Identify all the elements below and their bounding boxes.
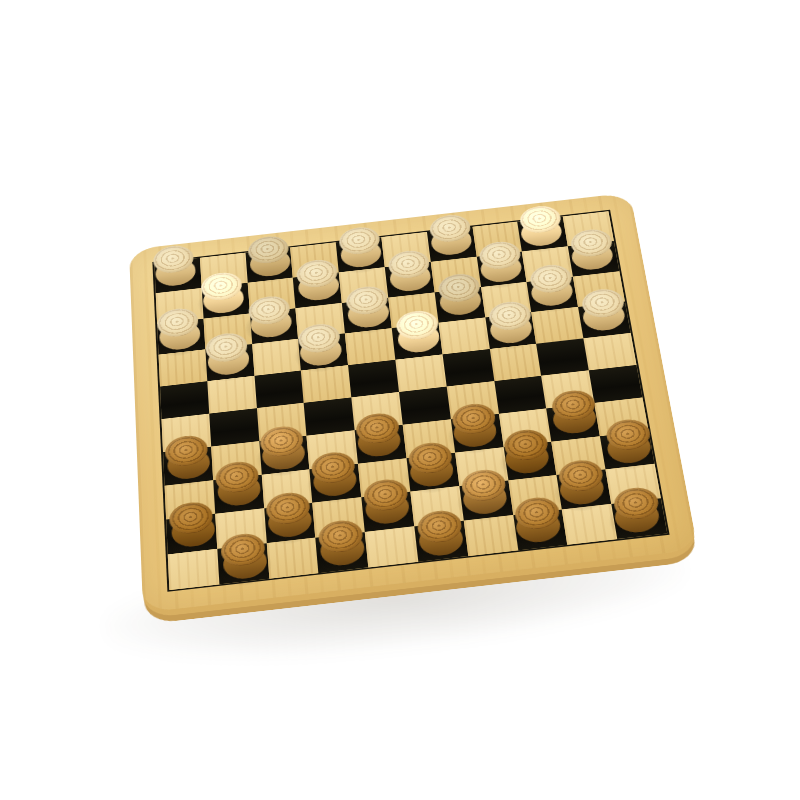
product-photo-canvas (0, 0, 800, 800)
board-square[interactable] (298, 334, 348, 371)
board-square[interactable] (464, 515, 518, 556)
playing-grid (152, 210, 669, 592)
board-square[interactable] (163, 447, 213, 486)
board-square[interactable] (612, 498, 668, 539)
board-square[interactable] (589, 365, 642, 403)
board-square[interactable] (316, 532, 369, 573)
board-square[interactable] (213, 475, 264, 515)
board-square[interactable] (266, 538, 318, 579)
board-square[interactable] (342, 297, 392, 333)
board-square[interactable] (362, 492, 415, 532)
board-square[interactable] (600, 430, 655, 469)
board-square[interactable] (355, 425, 407, 464)
board-square[interactable] (217, 543, 269, 584)
board-square[interactable] (442, 349, 494, 386)
board-square[interactable] (304, 397, 355, 435)
board-square[interactable] (557, 470, 612, 510)
board-square[interactable] (348, 360, 399, 398)
board-square[interactable] (459, 481, 513, 521)
board-square[interactable] (451, 414, 504, 453)
board-square[interactable] (209, 408, 259, 446)
board-square[interactable] (547, 403, 601, 442)
board-square[interactable] (414, 521, 468, 562)
board-square[interactable] (438, 318, 489, 355)
board-square[interactable] (365, 527, 418, 568)
board-square[interactable] (310, 464, 362, 504)
board-square[interactable] (166, 514, 217, 554)
board-square[interactable] (207, 376, 256, 414)
board-square[interactable] (578, 302, 630, 339)
draughts-board[interactable] (129, 193, 698, 613)
board-square[interactable] (264, 503, 316, 543)
board-square[interactable] (513, 510, 568, 551)
board-square[interactable] (476, 251, 526, 287)
board-square[interactable] (537, 338, 589, 375)
board-square[interactable] (254, 371, 304, 409)
board-square[interactable] (252, 339, 301, 376)
board-square[interactable] (503, 441, 557, 480)
board-square[interactable] (205, 344, 254, 381)
board-square[interactable] (259, 436, 310, 475)
board-square[interactable] (168, 549, 219, 590)
board-square[interactable] (336, 237, 385, 272)
board-square[interactable] (485, 312, 536, 349)
board-square[interactable] (532, 307, 584, 344)
board-perspective-wrapper (106, 99, 693, 686)
board-square[interactable] (407, 452, 460, 491)
